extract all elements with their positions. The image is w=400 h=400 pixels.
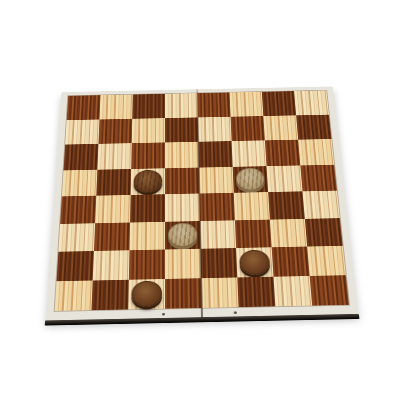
- square-r2c6[interactable]: [265, 140, 300, 166]
- square-r5c2[interactable]: [129, 221, 165, 250]
- square-r0c6[interactable]: [262, 91, 296, 116]
- square-r0c1[interactable]: [99, 95, 132, 120]
- square-r4c5[interactable]: [234, 192, 270, 220]
- dark-checker-piece[interactable]: [239, 249, 271, 274]
- square-r2c3[interactable]: [165, 142, 199, 168]
- square-r4c7[interactable]: [303, 191, 340, 219]
- square-r6c4[interactable]: [201, 248, 238, 278]
- square-r3c0[interactable]: [62, 169, 97, 196]
- square-r3c1[interactable]: [96, 169, 131, 196]
- square-r1c1[interactable]: [98, 118, 132, 143]
- square-r2c2[interactable]: [131, 142, 165, 168]
- square-r3c4[interactable]: [199, 167, 234, 194]
- square-r1c6[interactable]: [263, 115, 298, 140]
- square-r5c5[interactable]: [235, 219, 272, 248]
- square-r7c1[interactable]: [91, 279, 128, 310]
- square-r5c4[interactable]: [200, 220, 236, 249]
- square-r1c7[interactable]: [296, 114, 331, 139]
- square-r4c4[interactable]: [199, 193, 235, 221]
- light-checker-piece[interactable]: [235, 168, 265, 191]
- square-r2c1[interactable]: [97, 143, 131, 169]
- square-r0c5[interactable]: [230, 92, 264, 117]
- square-r3c2[interactable]: [131, 168, 165, 195]
- square-r1c3[interactable]: [165, 117, 198, 142]
- square-r2c5[interactable]: [232, 140, 267, 166]
- square-r2c0[interactable]: [64, 144, 99, 170]
- square-r4c1[interactable]: [95, 195, 131, 223]
- square-r7c7[interactable]: [310, 275, 349, 306]
- hinge-pin-right: [234, 311, 237, 314]
- square-r6c7[interactable]: [307, 246, 346, 276]
- square-r5c0[interactable]: [58, 223, 95, 252]
- square-r3c3[interactable]: [165, 167, 199, 194]
- square-r0c0[interactable]: [67, 95, 101, 120]
- board-frame: [46, 86, 358, 321]
- square-r7c5[interactable]: [237, 276, 275, 307]
- hinge-pin-left: [162, 313, 165, 316]
- checkers-board: [55, 90, 349, 310]
- square-r7c6[interactable]: [273, 276, 312, 307]
- square-r5c7[interactable]: [305, 218, 343, 247]
- square-r4c3[interactable]: [165, 194, 200, 222]
- square-r0c2[interactable]: [132, 94, 165, 119]
- square-r5c3[interactable]: [165, 221, 201, 250]
- square-r0c7[interactable]: [294, 90, 329, 115]
- square-r1c5[interactable]: [231, 116, 265, 141]
- square-r3c5[interactable]: [233, 166, 268, 193]
- square-r5c6[interactable]: [270, 218, 307, 247]
- square-r6c0[interactable]: [57, 251, 94, 281]
- square-r4c0[interactable]: [60, 196, 96, 224]
- square-r7c0[interactable]: [55, 280, 93, 311]
- photo-background: { "game": "checkers", "scene": "overhead…: [0, 0, 400, 400]
- square-r4c6[interactable]: [268, 191, 305, 219]
- square-r1c2[interactable]: [132, 118, 165, 143]
- square-r3c6[interactable]: [266, 165, 302, 192]
- square-r1c0[interactable]: [65, 119, 99, 144]
- square-r6c2[interactable]: [129, 250, 165, 280]
- square-r6c6[interactable]: [272, 247, 310, 277]
- board-side-edge: [45, 314, 360, 326]
- square-r0c3[interactable]: [165, 93, 198, 118]
- square-r1c4[interactable]: [198, 116, 232, 141]
- square-r2c4[interactable]: [198, 141, 232, 167]
- square-r2c7[interactable]: [298, 139, 334, 165]
- square-r7c4[interactable]: [201, 277, 238, 308]
- square-r7c3[interactable]: [165, 278, 202, 309]
- square-r6c3[interactable]: [165, 249, 201, 279]
- square-r4c2[interactable]: [130, 194, 165, 222]
- square-r6c1[interactable]: [93, 250, 130, 280]
- dark-checker-piece[interactable]: [131, 281, 162, 307]
- square-r3c7[interactable]: [300, 164, 337, 191]
- light-checker-piece[interactable]: [168, 223, 198, 248]
- dark-checker-piece[interactable]: [133, 170, 162, 193]
- square-r6c5[interactable]: [236, 247, 273, 277]
- square-r7c2[interactable]: [128, 279, 165, 310]
- square-r0c4[interactable]: [197, 92, 230, 117]
- square-r5c1[interactable]: [94, 222, 130, 251]
